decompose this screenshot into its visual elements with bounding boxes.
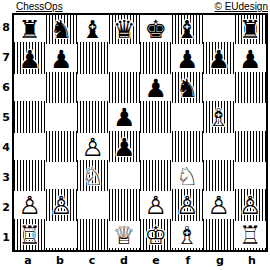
square-g4: [203, 133, 235, 162]
piece-wb: ♗: [208, 105, 230, 130]
square-f1: ♗: [172, 221, 204, 250]
chess-board: ♜♞♝♛♚♝♜♟♟♟♟♟♟♞♟♗♙♟♘♘♙♙♙♙♙♙♖♕♔♗♖: [12, 13, 268, 252]
square-g1: [203, 221, 235, 250]
square-g8: [203, 15, 235, 44]
square-f7: ♟: [172, 44, 204, 73]
square-e5: [140, 103, 172, 132]
piece-bk: ♚: [145, 17, 167, 42]
square-f5: [172, 103, 204, 132]
file-label-g: g: [204, 253, 236, 268]
piece-bp: ♟: [113, 105, 135, 130]
square-b6: [46, 74, 78, 103]
file-label-c: c: [76, 253, 108, 268]
piece-wk: ♔: [145, 223, 167, 248]
piece-bq: ♛: [113, 17, 135, 42]
square-b5: [46, 103, 78, 132]
piece-wp: ♙: [176, 193, 198, 218]
square-f8: ♝: [172, 15, 204, 44]
square-c1: [77, 221, 109, 250]
square-b4: [46, 133, 78, 162]
chessops-site-link[interactable]: ChessOps: [16, 0, 63, 13]
square-b1: [46, 221, 78, 250]
piece-br: ♜: [19, 17, 41, 42]
piece-wq: ♕: [113, 223, 135, 248]
square-g3: [203, 162, 235, 191]
square-c5: [77, 103, 109, 132]
square-a4: [14, 133, 46, 162]
square-d1: ♕: [109, 221, 141, 250]
square-h1: ♖: [235, 221, 267, 250]
square-d7: [109, 44, 141, 73]
square-f6: ♞: [172, 74, 204, 103]
square-h6: [235, 74, 267, 103]
square-b8: ♞: [46, 15, 78, 44]
square-c4: ♙: [77, 133, 109, 162]
square-a6: [14, 74, 46, 103]
file-label-a: a: [12, 253, 44, 268]
piece-wn: ♘: [176, 164, 198, 189]
piece-bp: ♟: [19, 47, 41, 72]
square-b2: ♙: [46, 191, 78, 220]
rank-label-2: 2: [0, 192, 12, 222]
square-e1: ♔: [140, 221, 172, 250]
square-e4: [140, 133, 172, 162]
square-a7: ♟: [14, 44, 46, 73]
square-g5: ♗: [203, 103, 235, 132]
square-g2: ♙: [203, 191, 235, 220]
square-h8: ♜: [235, 15, 267, 44]
square-d6: [109, 74, 141, 103]
rank-label-6: 6: [0, 73, 12, 103]
square-c7: [77, 44, 109, 73]
piece-wp: ♙: [82, 135, 104, 160]
square-e7: [140, 44, 172, 73]
square-g6: [203, 74, 235, 103]
square-e8: ♚: [140, 15, 172, 44]
square-e2: ♙: [140, 191, 172, 220]
square-h5: [235, 103, 267, 132]
piece-wr: ♖: [239, 223, 261, 248]
rank-label-4: 4: [0, 133, 12, 163]
square-e3: [140, 162, 172, 191]
square-a8: ♜: [14, 15, 46, 44]
file-label-b: b: [44, 253, 76, 268]
rank-label-1: 1: [0, 222, 12, 252]
piece-wp: ♙: [145, 193, 167, 218]
piece-bp: ♟: [208, 47, 230, 72]
square-a2: ♙: [14, 191, 46, 220]
piece-wb: ♗: [176, 223, 198, 248]
square-a3: [14, 162, 46, 191]
square-f3: ♘: [172, 162, 204, 191]
piece-bn: ♞: [176, 76, 198, 101]
square-d3: [109, 162, 141, 191]
square-b3: [46, 162, 78, 191]
square-d5: ♟: [109, 103, 141, 132]
square-h4: [235, 133, 267, 162]
piece-br: ♜: [239, 17, 261, 42]
rank-label-7: 7: [0, 43, 12, 73]
square-d2: [109, 191, 141, 220]
file-label-f: f: [172, 253, 204, 268]
file-labels: abcdefgh: [12, 253, 268, 268]
piece-bb: ♝: [176, 17, 198, 42]
square-d8: ♛: [109, 15, 141, 44]
rank-label-5: 5: [0, 103, 12, 133]
square-a1: ♖: [14, 221, 46, 250]
piece-bn: ♞: [50, 17, 72, 42]
square-c3: ♘: [77, 162, 109, 191]
piece-wp: ♙: [208, 193, 230, 218]
piece-wp: ♙: [239, 193, 261, 218]
rank-labels: 87654321: [0, 13, 12, 252]
rank-label-3: 3: [0, 162, 12, 192]
piece-bp: ♟: [145, 76, 167, 101]
square-c8: ♝: [77, 15, 109, 44]
file-label-e: e: [140, 253, 172, 268]
piece-wp: ♙: [50, 193, 72, 218]
piece-wn: ♘: [82, 164, 104, 189]
file-label-d: d: [108, 253, 140, 268]
square-e6: ♟: [140, 74, 172, 103]
square-g7: ♟: [203, 44, 235, 73]
piece-bp: ♟: [239, 47, 261, 72]
eudesign-copyright-link[interactable]: © EUdesign: [214, 0, 268, 13]
piece-wp: ♙: [19, 193, 41, 218]
square-c2: [77, 191, 109, 220]
square-f2: ♙: [172, 191, 204, 220]
square-a5: [14, 103, 46, 132]
square-c6: [77, 74, 109, 103]
piece-bp: ♟: [113, 135, 135, 160]
square-h3: [235, 162, 267, 191]
piece-wr: ♖: [19, 223, 41, 248]
piece-bp: ♟: [176, 47, 198, 72]
square-b7: ♟: [46, 44, 78, 73]
file-label-h: h: [236, 253, 268, 268]
square-h7: ♟: [235, 44, 267, 73]
square-f4: [172, 133, 204, 162]
piece-bb: ♝: [82, 17, 104, 42]
rank-label-8: 8: [0, 13, 12, 43]
piece-bp: ♟: [50, 47, 72, 72]
square-d4: ♟: [109, 133, 141, 162]
square-h2: ♙: [235, 191, 267, 220]
